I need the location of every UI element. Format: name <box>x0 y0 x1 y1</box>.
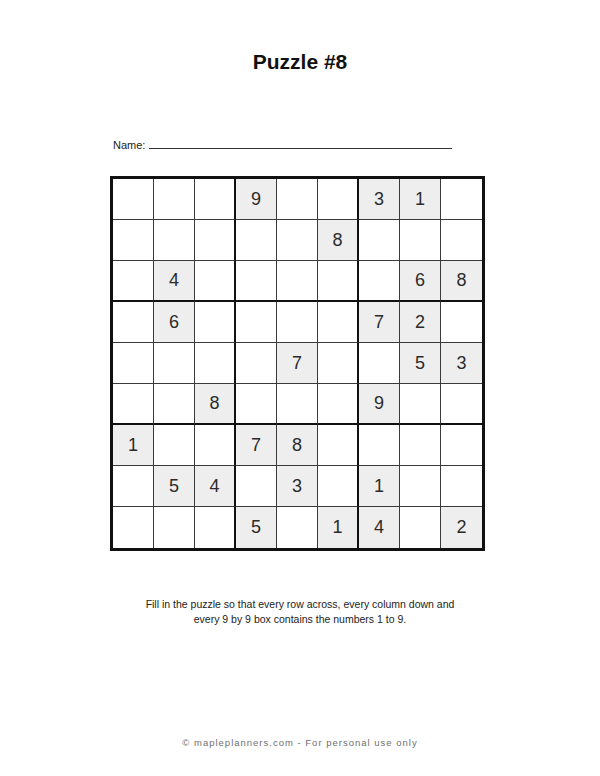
sudoku-cell-r7c3[interactable] <box>195 425 236 466</box>
sudoku-cell-r1c6[interactable] <box>318 179 359 220</box>
sudoku-cell-r9c9: 2 <box>441 507 482 548</box>
sudoku-cell-r8c4[interactable] <box>236 466 277 507</box>
sudoku-cell-r2c4[interactable] <box>236 220 277 261</box>
sudoku-cell-r2c9[interactable] <box>441 220 482 261</box>
sudoku-cell-r9c6: 1 <box>318 507 359 548</box>
sudoku-cell-r9c3[interactable] <box>195 507 236 548</box>
sudoku-cell-r5c7[interactable] <box>359 343 400 384</box>
sudoku-cell-r4c3[interactable] <box>195 302 236 343</box>
sudoku-cell-r1c7: 3 <box>359 179 400 220</box>
sudoku-cell-r3c4[interactable] <box>236 261 277 302</box>
sudoku-cell-r1c3[interactable] <box>195 179 236 220</box>
sudoku-cell-r5c5: 7 <box>277 343 318 384</box>
sudoku-cell-r3c8: 6 <box>400 261 441 302</box>
name-label: Name: <box>113 139 145 151</box>
sudoku-cell-r7c7[interactable] <box>359 425 400 466</box>
sudoku-cell-r4c8: 2 <box>400 302 441 343</box>
sudoku-cell-r3c7[interactable] <box>359 261 400 302</box>
sudoku-cell-r9c5[interactable] <box>277 507 318 548</box>
sudoku-cell-r5c2[interactable] <box>154 343 195 384</box>
footer-credit: © mapleplanners.com - For personal use o… <box>0 737 600 748</box>
sudoku-cell-r2c7[interactable] <box>359 220 400 261</box>
sudoku-cell-r7c9[interactable] <box>441 425 482 466</box>
sudoku-cell-r4c4[interactable] <box>236 302 277 343</box>
sudoku-cell-r6c1[interactable] <box>113 384 154 425</box>
sudoku-cell-r7c5: 8 <box>277 425 318 466</box>
sudoku-cell-r9c2[interactable] <box>154 507 195 548</box>
sudoku-cell-r1c2[interactable] <box>154 179 195 220</box>
name-row: Name: <box>113 138 452 151</box>
sudoku-cell-r4c2: 6 <box>154 302 195 343</box>
sudoku-cell-r6c8[interactable] <box>400 384 441 425</box>
puzzle-page: Puzzle #8 Name: 931846867275389178543151… <box>0 0 600 776</box>
sudoku-cell-r7c8[interactable] <box>400 425 441 466</box>
sudoku-grid: 93184686727538917854315142 <box>110 176 485 551</box>
sudoku-cell-r1c9[interactable] <box>441 179 482 220</box>
sudoku-cell-r5c6[interactable] <box>318 343 359 384</box>
sudoku-cell-r6c4[interactable] <box>236 384 277 425</box>
sudoku-cell-r3c2: 4 <box>154 261 195 302</box>
sudoku-cell-r4c9[interactable] <box>441 302 482 343</box>
sudoku-cell-r4c6[interactable] <box>318 302 359 343</box>
sudoku-cell-r8c9[interactable] <box>441 466 482 507</box>
sudoku-cell-r6c7: 9 <box>359 384 400 425</box>
sudoku-cell-r4c1[interactable] <box>113 302 154 343</box>
name-blank-line[interactable] <box>149 138 452 149</box>
sudoku-cell-r9c1[interactable] <box>113 507 154 548</box>
sudoku-cell-r9c4: 5 <box>236 507 277 548</box>
sudoku-cell-r7c4: 7 <box>236 425 277 466</box>
sudoku-cell-r1c5[interactable] <box>277 179 318 220</box>
instructions: Fill in the puzzle so that every row acr… <box>0 597 600 627</box>
sudoku-cell-r5c3[interactable] <box>195 343 236 384</box>
sudoku-cell-r8c8[interactable] <box>400 466 441 507</box>
sudoku-cell-r3c6[interactable] <box>318 261 359 302</box>
sudoku-cell-r2c3[interactable] <box>195 220 236 261</box>
sudoku-cell-r2c6: 8 <box>318 220 359 261</box>
sudoku-cell-r6c3: 8 <box>195 384 236 425</box>
sudoku-cell-r7c2[interactable] <box>154 425 195 466</box>
sudoku-cell-r8c7: 1 <box>359 466 400 507</box>
sudoku-cell-r7c6[interactable] <box>318 425 359 466</box>
sudoku-cell-r1c1[interactable] <box>113 179 154 220</box>
sudoku-cell-r2c8[interactable] <box>400 220 441 261</box>
sudoku-cell-r3c3[interactable] <box>195 261 236 302</box>
sudoku-cell-r5c8: 5 <box>400 343 441 384</box>
sudoku-cell-r5c4[interactable] <box>236 343 277 384</box>
sudoku-cell-r6c2[interactable] <box>154 384 195 425</box>
sudoku-cell-r3c1[interactable] <box>113 261 154 302</box>
sudoku-cell-r8c6[interactable] <box>318 466 359 507</box>
page-title: Puzzle #8 <box>0 50 600 74</box>
sudoku-cell-r3c9: 8 <box>441 261 482 302</box>
sudoku-cell-r4c7: 7 <box>359 302 400 343</box>
sudoku-cell-r2c1[interactable] <box>113 220 154 261</box>
sudoku-cell-r5c9: 3 <box>441 343 482 384</box>
sudoku-cell-r4c5[interactable] <box>277 302 318 343</box>
instructions-line1: Fill in the puzzle so that every row acr… <box>0 597 600 612</box>
sudoku-cell-r9c8[interactable] <box>400 507 441 548</box>
sudoku-cell-r2c5[interactable] <box>277 220 318 261</box>
sudoku-cell-r5c1[interactable] <box>113 343 154 384</box>
instructions-line2: every 9 by 9 box contains the numbers 1 … <box>0 612 600 627</box>
sudoku-cell-r6c5[interactable] <box>277 384 318 425</box>
sudoku-cell-r6c6[interactable] <box>318 384 359 425</box>
sudoku-cell-r8c1[interactable] <box>113 466 154 507</box>
sudoku-cell-r1c8: 1 <box>400 179 441 220</box>
sudoku-cell-r9c7: 4 <box>359 507 400 548</box>
sudoku-cell-r7c1: 1 <box>113 425 154 466</box>
sudoku-cell-r1c4: 9 <box>236 179 277 220</box>
sudoku-cell-r2c2[interactable] <box>154 220 195 261</box>
sudoku-cell-r8c3: 4 <box>195 466 236 507</box>
sudoku-cell-r3c5[interactable] <box>277 261 318 302</box>
sudoku-cell-r6c9[interactable] <box>441 384 482 425</box>
sudoku-cell-r8c2: 5 <box>154 466 195 507</box>
sudoku-cell-r8c5: 3 <box>277 466 318 507</box>
